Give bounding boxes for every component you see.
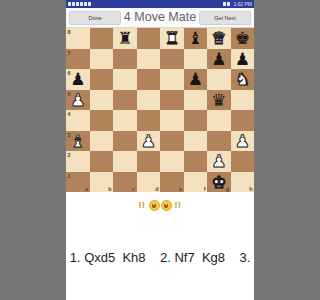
square-f2[interactable] <box>184 151 208 172</box>
white-king-g1: ♚ <box>207 172 231 193</box>
square-e5[interactable] <box>160 90 184 111</box>
square-f1[interactable]: f <box>184 172 208 193</box>
black-rook-c8: ♜ <box>113 28 137 49</box>
square-a1[interactable]: 1a <box>66 172 90 193</box>
square-g1[interactable]: g♚ <box>207 172 231 193</box>
square-g6[interactable] <box>207 69 231 90</box>
file-label-c: c <box>132 186 135 192</box>
white-pawn-h3: ♟ <box>231 131 255 152</box>
square-f8[interactable]: ♝ <box>184 28 208 49</box>
square-b3[interactable] <box>90 131 114 152</box>
square-g7[interactable]: ♟ <box>207 49 231 70</box>
square-e2[interactable] <box>160 151 184 172</box>
status-bar: 1:02 PM <box>66 0 254 8</box>
square-a6[interactable]: 6♟ <box>66 69 90 90</box>
square-a8[interactable]: 8 <box>66 28 90 49</box>
square-g5[interactable]: ♛ <box>207 90 231 111</box>
square-h1[interactable]: h <box>231 172 255 193</box>
status-icons: 1:02 PM <box>223 0 252 8</box>
square-d6[interactable] <box>137 69 161 90</box>
file-label-f: f <box>204 186 206 192</box>
notification-icons <box>68 2 91 6</box>
square-a4[interactable]: 4 <box>66 110 90 131</box>
square-d1[interactable]: d <box>137 172 161 193</box>
square-c2[interactable] <box>113 151 137 172</box>
square-c3[interactable] <box>113 131 137 152</box>
file-label-h: h <box>249 186 252 192</box>
clock-text: 1:02 PM <box>233 0 252 8</box>
square-g3[interactable] <box>207 131 231 152</box>
square-b7[interactable] <box>90 49 114 70</box>
square-d8[interactable] <box>137 28 161 49</box>
rank-label-8: 8 <box>68 29 71 35</box>
square-g8[interactable]: ♛ <box>207 28 231 49</box>
smiley-icons <box>149 200 172 211</box>
square-e1[interactable]: e <box>160 172 184 193</box>
square-d4[interactable] <box>137 110 161 131</box>
square-e4[interactable] <box>160 110 184 131</box>
file-label-d: d <box>155 186 158 192</box>
solution-line-1: 1. Qxd5 Kh8 2. Nf7 Kg8 3. <box>66 249 254 266</box>
square-e3[interactable] <box>160 131 184 152</box>
square-h4[interactable] <box>231 110 255 131</box>
square-a5[interactable]: 5♟ <box>66 90 90 111</box>
header-bar: Done 4 Move Mate Get Next <box>66 8 254 28</box>
square-d3[interactable]: ♟ <box>137 131 161 152</box>
square-c8[interactable]: ♜ <box>113 28 137 49</box>
square-e6[interactable] <box>160 69 184 90</box>
grinning-face-icon <box>149 200 160 211</box>
black-queen-g5: ♛ <box>207 90 231 111</box>
square-h7[interactable]: ♟ <box>231 49 255 70</box>
square-e7[interactable] <box>160 49 184 70</box>
square-c7[interactable] <box>113 49 137 70</box>
rank-label-7: 7 <box>68 50 71 56</box>
white-pawn-g2: ♟ <box>207 151 231 172</box>
app-window: 1:02 PM Done 4 Move Mate Get Next 8♜♜♝♛♚… <box>66 0 254 300</box>
square-h3[interactable]: ♟ <box>231 131 255 152</box>
black-king-h8: ♚ <box>231 28 255 49</box>
white-knight-h6: ♞ <box>231 69 255 90</box>
square-f4[interactable] <box>184 110 208 131</box>
white-pawn-a5: ♟ <box>66 90 90 111</box>
square-b4[interactable] <box>90 110 114 131</box>
square-b6[interactable] <box>90 69 114 90</box>
black-pawn-g7: ♟ <box>207 49 231 70</box>
square-d5[interactable] <box>137 90 161 111</box>
black-pawn-f6: ♟ <box>184 69 208 90</box>
square-a2[interactable]: 2 <box>66 151 90 172</box>
square-f7[interactable] <box>184 49 208 70</box>
exclamation-right: !! <box>175 200 182 210</box>
black-pawn-h7: ♟ <box>231 49 255 70</box>
square-d2[interactable] <box>137 151 161 172</box>
square-d7[interactable] <box>137 49 161 70</box>
rank-label-4: 4 <box>68 111 71 117</box>
white-pawn-d3: ♟ <box>137 131 161 152</box>
get-next-button[interactable]: Get Next <box>199 11 251 25</box>
square-a7[interactable]: 7 <box>66 49 90 70</box>
grinning-face-icon <box>161 200 172 211</box>
white-rook-e8: ♜ <box>160 28 184 49</box>
square-g4[interactable] <box>207 110 231 131</box>
file-label-b: b <box>108 186 111 192</box>
square-c1[interactable]: c <box>113 172 137 193</box>
square-b8[interactable] <box>90 28 114 49</box>
rank-label-2: 2 <box>68 152 71 158</box>
file-label-e: e <box>179 186 182 192</box>
square-c5[interactable] <box>113 90 137 111</box>
square-g2[interactable]: ♟ <box>207 151 231 172</box>
square-h2[interactable] <box>231 151 255 172</box>
exclamation-left: !! <box>139 200 146 210</box>
square-b5[interactable] <box>90 90 114 111</box>
chess-board: 8♜♜♝♛♚7♟♟6♟♟♞5♟♛43♝♟♟2♟1abcdefg♚h <box>66 28 254 192</box>
rank-label-1: 1 <box>68 173 71 179</box>
square-f5[interactable] <box>184 90 208 111</box>
file-label-a: a <box>85 186 88 192</box>
square-h6[interactable]: ♞ <box>231 69 255 90</box>
square-f6[interactable]: ♟ <box>184 69 208 90</box>
square-h5[interactable] <box>231 90 255 111</box>
annotation-line: !! !! <box>66 199 254 211</box>
square-b2[interactable] <box>90 151 114 172</box>
battery-icon <box>227 2 230 6</box>
square-h8[interactable]: ♚ <box>231 28 255 49</box>
square-a3[interactable]: 3♝ <box>66 131 90 152</box>
white-bishop-a3: ♝ <box>66 131 90 152</box>
square-b1[interactable]: b <box>90 172 114 193</box>
white-queen-g8: ♛ <box>207 28 231 49</box>
solution-moves: 1. Qxd5 Kh8 2. Nf7 Kg8 3. Nh6 Kh8 4. Qg8… <box>66 215 254 300</box>
black-pawn-a6: ♟ <box>66 69 90 90</box>
square-f3[interactable] <box>184 131 208 152</box>
square-c6[interactable] <box>113 69 137 90</box>
black-bishop-f8: ♝ <box>184 28 208 49</box>
square-c4[interactable] <box>113 110 137 131</box>
wifi-icon <box>223 2 226 6</box>
square-e8[interactable]: ♜ <box>160 28 184 49</box>
